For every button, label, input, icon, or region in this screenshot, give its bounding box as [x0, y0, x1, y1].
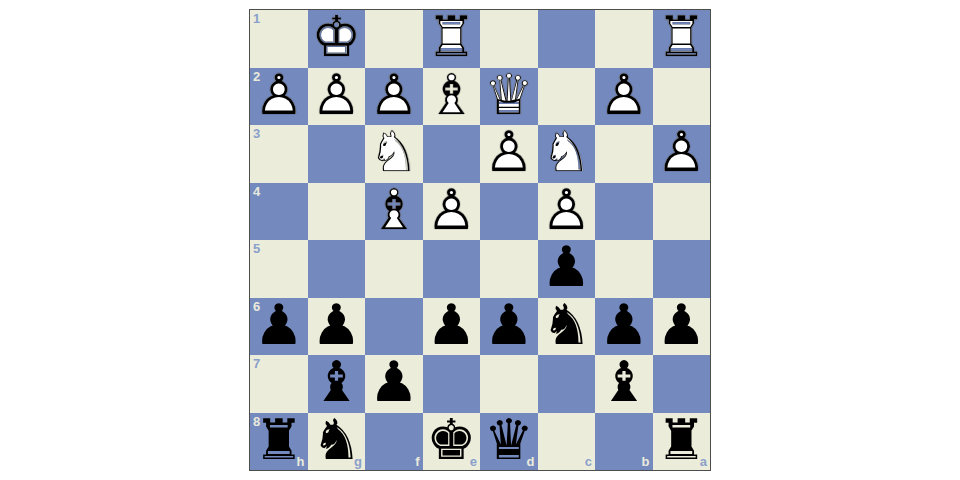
white-bishop-icon: ♗ [365, 183, 423, 241]
square-h3[interactable]: 3 [250, 125, 308, 183]
rank-label-1: 1 [253, 12, 260, 25]
square-f1[interactable] [365, 10, 423, 68]
white-pawn-fill-icon: ♟ [250, 68, 308, 126]
piece-black-knight[interactable]: ♞ [538, 298, 596, 356]
square-c6[interactable]: ♞ [538, 298, 596, 356]
square-b2[interactable]: ♟♙ [595, 68, 653, 126]
black-queen-icon: ♛ [480, 413, 538, 471]
piece-white-pawn[interactable]: ♟♙ [480, 125, 538, 183]
white-bishop-icon: ♗ [423, 68, 481, 126]
square-e2[interactable]: ♝♗ [423, 68, 481, 126]
piece-black-bishop[interactable]: ♝ [308, 355, 366, 413]
rank-label-3: 3 [253, 127, 260, 140]
black-pawn-icon: ♟ [653, 298, 711, 356]
white-king-icon: ♔ [308, 10, 366, 68]
square-b8[interactable]: b [595, 413, 653, 471]
white-pawn-fill-icon: ♟ [653, 125, 711, 183]
piece-black-pawn[interactable]: ♟ [308, 298, 366, 356]
white-rook-icon: ♖ [423, 10, 481, 68]
black-pawn-icon: ♟ [595, 298, 653, 356]
white-pawn-icon: ♙ [250, 68, 308, 126]
file-label-c: c [585, 455, 592, 468]
black-pawn-icon: ♟ [480, 298, 538, 356]
square-b3[interactable] [595, 125, 653, 183]
white-pawn-icon: ♙ [423, 183, 481, 241]
black-rook-icon: ♜ [653, 413, 711, 471]
square-g2[interactable]: ♟♙ [308, 68, 366, 126]
square-h8[interactable]: 8h♜ [250, 413, 308, 471]
white-pawn-fill-icon: ♟ [480, 125, 538, 183]
white-pawn-icon: ♙ [653, 125, 711, 183]
black-knight-icon: ♞ [538, 298, 596, 356]
square-d6[interactable]: ♟ [480, 298, 538, 356]
white-rook-icon: ♖ [653, 10, 711, 68]
black-pawn-icon: ♟ [308, 298, 366, 356]
black-rook-icon: ♜ [250, 413, 308, 471]
piece-white-bishop[interactable]: ♝♗ [423, 68, 481, 126]
square-b7[interactable]: ♝ [595, 355, 653, 413]
white-pawn-icon: ♙ [595, 68, 653, 126]
white-pawn-fill-icon: ♟ [308, 68, 366, 126]
piece-black-pawn[interactable]: ♟ [595, 298, 653, 356]
white-rook-fill-icon: ♜ [653, 10, 711, 68]
square-d2[interactable]: ♛♕ [480, 68, 538, 126]
square-f6[interactable] [365, 298, 423, 356]
square-g6[interactable]: ♟ [308, 298, 366, 356]
piece-white-queen[interactable]: ♛♕ [480, 68, 538, 126]
square-f8[interactable]: f [365, 413, 423, 471]
piece-black-bishop[interactable]: ♝ [595, 355, 653, 413]
white-pawn-fill-icon: ♟ [365, 68, 423, 126]
square-e8[interactable]: e♚ [423, 413, 481, 471]
piece-black-queen[interactable]: ♛ [480, 413, 538, 471]
file-label-b: b [642, 455, 650, 468]
square-f7[interactable]: ♟ [365, 355, 423, 413]
square-f2[interactable]: ♟♙ [365, 68, 423, 126]
square-f5[interactable] [365, 240, 423, 298]
page: 1♚♔♜♖♜♖2♟♙♟♙♟♙♝♗♛♕♟♙3♞♘♟♙♞♘♟♙4♝♗♟♙♟♙5♟6♟… [0, 0, 960, 480]
white-bishop-fill-icon: ♝ [423, 68, 481, 126]
square-a4[interactable] [653, 183, 711, 241]
square-d8[interactable]: d♛ [480, 413, 538, 471]
square-a6[interactable]: ♟ [653, 298, 711, 356]
piece-black-king[interactable]: ♚ [423, 413, 481, 471]
white-pawn-icon: ♙ [480, 125, 538, 183]
piece-white-king[interactable]: ♚♔ [308, 10, 366, 68]
square-e1[interactable]: ♜♖ [423, 10, 481, 68]
square-d7[interactable] [480, 355, 538, 413]
white-pawn-icon: ♙ [365, 68, 423, 126]
piece-black-rook[interactable]: ♜ [250, 413, 308, 471]
square-a1[interactable]: ♜♖ [653, 10, 711, 68]
white-king-fill-icon: ♚ [308, 10, 366, 68]
square-h4[interactable]: 4 [250, 183, 308, 241]
square-g3[interactable] [308, 125, 366, 183]
black-bishop-icon: ♝ [595, 355, 653, 413]
square-a5[interactable] [653, 240, 711, 298]
square-e7[interactable] [423, 355, 481, 413]
square-c5[interactable]: ♟ [538, 240, 596, 298]
square-b1[interactable] [595, 10, 653, 68]
square-g5[interactable] [308, 240, 366, 298]
piece-white-knight[interactable]: ♞♘ [538, 125, 596, 183]
black-pawn-icon: ♟ [423, 298, 481, 356]
square-d1[interactable] [480, 10, 538, 68]
square-h7[interactable]: 7 [250, 355, 308, 413]
rank-label-4: 4 [253, 185, 260, 198]
square-c8[interactable]: c [538, 413, 596, 471]
piece-black-rook[interactable]: ♜ [653, 413, 711, 471]
square-c1[interactable] [538, 10, 596, 68]
piece-black-pawn[interactable]: ♟ [250, 298, 308, 356]
square-f4[interactable]: ♝♗ [365, 183, 423, 241]
piece-white-rook[interactable]: ♜♖ [423, 10, 481, 68]
black-pawn-icon: ♟ [250, 298, 308, 356]
black-pawn-icon: ♟ [365, 355, 423, 413]
piece-black-pawn[interactable]: ♟ [365, 355, 423, 413]
square-a7[interactable] [653, 355, 711, 413]
square-f3[interactable]: ♞♘ [365, 125, 423, 183]
square-d3[interactable]: ♟♙ [480, 125, 538, 183]
piece-black-pawn[interactable]: ♟ [480, 298, 538, 356]
white-bishop-fill-icon: ♝ [365, 183, 423, 241]
white-knight-fill-icon: ♞ [538, 125, 596, 183]
square-h1[interactable]: 1 [250, 10, 308, 68]
white-knight-icon: ♘ [538, 125, 596, 183]
black-knight-icon: ♞ [308, 413, 366, 471]
rank-label-5: 5 [253, 242, 260, 255]
square-b4[interactable] [595, 183, 653, 241]
white-knight-icon: ♘ [365, 125, 423, 183]
piece-white-pawn[interactable]: ♟♙ [308, 68, 366, 126]
piece-black-pawn[interactable]: ♟ [653, 298, 711, 356]
white-pawn-fill-icon: ♟ [423, 183, 481, 241]
square-h2[interactable]: 2♟♙ [250, 68, 308, 126]
white-knight-fill-icon: ♞ [365, 125, 423, 183]
piece-white-pawn[interactable]: ♟♙ [365, 68, 423, 126]
piece-white-pawn[interactable]: ♟♙ [595, 68, 653, 126]
square-g8[interactable]: g♞ [308, 413, 366, 471]
square-e3[interactable] [423, 125, 481, 183]
rank-label-7: 7 [253, 357, 260, 370]
square-b5[interactable] [595, 240, 653, 298]
piece-white-pawn[interactable]: ♟♙ [653, 125, 711, 183]
square-c4[interactable]: ♟♙ [538, 183, 596, 241]
white-queen-icon: ♕ [480, 68, 538, 126]
white-rook-fill-icon: ♜ [423, 10, 481, 68]
file-label-f: f [415, 455, 419, 468]
piece-white-bishop[interactable]: ♝♗ [365, 183, 423, 241]
piece-white-pawn[interactable]: ♟♙ [423, 183, 481, 241]
square-c7[interactable] [538, 355, 596, 413]
square-e4[interactable]: ♟♙ [423, 183, 481, 241]
square-h5[interactable]: 5 [250, 240, 308, 298]
square-a2[interactable] [653, 68, 711, 126]
square-a8[interactable]: a♜ [653, 413, 711, 471]
square-d4[interactable] [480, 183, 538, 241]
square-d5[interactable] [480, 240, 538, 298]
black-king-icon: ♚ [423, 413, 481, 471]
chess-board: 1♚♔♜♖♜♖2♟♙♟♙♟♙♝♗♛♕♟♙3♞♘♟♙♞♘♟♙4♝♗♟♙♟♙5♟6♟… [249, 9, 711, 471]
piece-white-pawn[interactable]: ♟♙ [250, 68, 308, 126]
square-c3[interactable]: ♞♘ [538, 125, 596, 183]
square-b6[interactable]: ♟ [595, 298, 653, 356]
square-g4[interactable] [308, 183, 366, 241]
piece-white-pawn[interactable]: ♟♙ [538, 183, 596, 241]
white-pawn-fill-icon: ♟ [538, 183, 596, 241]
piece-black-knight[interactable]: ♞ [308, 413, 366, 471]
piece-white-rook[interactable]: ♜♖ [653, 10, 711, 68]
black-pawn-icon: ♟ [538, 240, 596, 298]
white-pawn-fill-icon: ♟ [595, 68, 653, 126]
square-g7[interactable]: ♝ [308, 355, 366, 413]
black-bishop-icon: ♝ [308, 355, 366, 413]
square-e5[interactable] [423, 240, 481, 298]
square-c2[interactable] [538, 68, 596, 126]
square-h6[interactable]: 6♟ [250, 298, 308, 356]
piece-black-pawn[interactable]: ♟ [538, 240, 596, 298]
square-e6[interactable]: ♟ [423, 298, 481, 356]
piece-black-pawn[interactable]: ♟ [423, 298, 481, 356]
white-pawn-icon: ♙ [308, 68, 366, 126]
piece-white-knight[interactable]: ♞♘ [365, 125, 423, 183]
square-g1[interactable]: ♚♔ [308, 10, 366, 68]
white-pawn-icon: ♙ [538, 183, 596, 241]
square-a3[interactable]: ♟♙ [653, 125, 711, 183]
white-queen-fill-icon: ♛ [480, 68, 538, 126]
